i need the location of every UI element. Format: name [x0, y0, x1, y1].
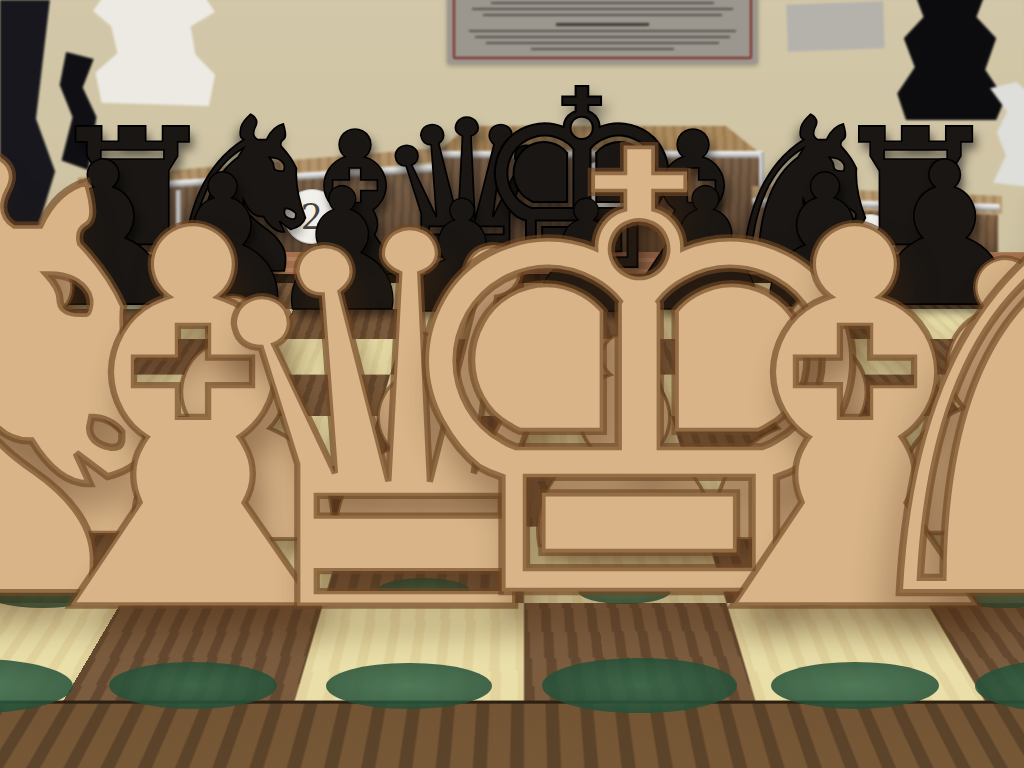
square-c3: [166, 466, 363, 527]
square-e2: [524, 527, 726, 603]
chess-tournament-photo: 2 1 3 ♜♞♝♛♚♝♞♜♟♟♟♟♟♟♟♟♟♟♟♟♟♟♟♟♜♞♝♛♚♝♞♜: [0, 0, 1024, 768]
square-b8: [178, 283, 309, 309]
square-d4: [363, 416, 524, 466]
square-c7: [276, 309, 409, 339]
square-d8: [409, 283, 524, 309]
square-c8: [294, 283, 417, 309]
square-f4: [671, 416, 847, 466]
square-c5: [231, 374, 390, 416]
board-squares: [0, 283, 1024, 701]
square-c6: [255, 339, 400, 374]
square-d6: [390, 339, 524, 374]
square-e4: [524, 416, 685, 466]
square-h8: [847, 283, 985, 309]
square-e6: [524, 339, 658, 374]
square-d7: [400, 309, 524, 339]
place-badge-2: 2: [284, 189, 340, 244]
square-f5: [658, 374, 817, 416]
square-e3: [524, 466, 703, 527]
chess-board: [0, 274, 1024, 768]
square-d2: [322, 527, 524, 603]
square-e5: [524, 374, 671, 416]
square-d5: [377, 374, 524, 416]
square-c4: [202, 416, 378, 466]
square-e7: [524, 309, 648, 339]
square-b7: [152, 309, 294, 339]
square-d1: [294, 603, 524, 701]
square-f7: [639, 309, 772, 339]
place-badge-1: 1: [574, 161, 630, 216]
square-e8: [524, 283, 639, 309]
square-e1: [524, 603, 754, 701]
square-f8: [632, 283, 755, 309]
square-h7: [870, 309, 1021, 339]
square-f6: [648, 339, 793, 374]
square-d3: [345, 466, 524, 527]
